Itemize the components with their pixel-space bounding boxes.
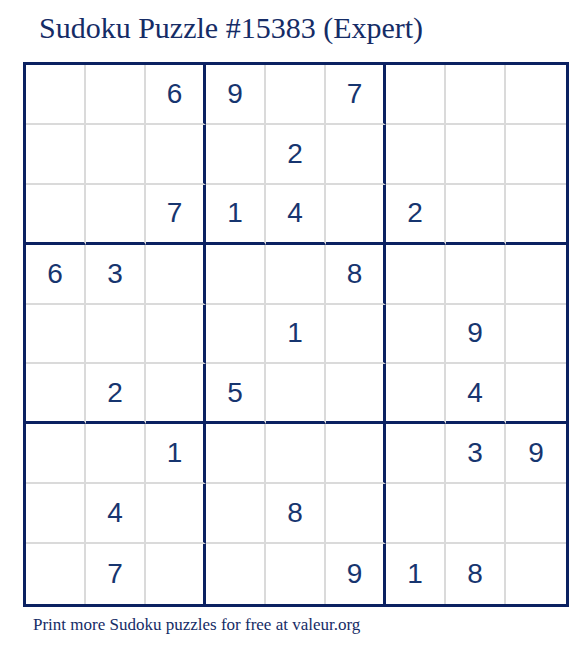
cell-r6c2-given: 2 [86, 364, 146, 424]
cell-r6c6-empty[interactable] [326, 364, 386, 424]
cell-r4c6-given: 8 [326, 245, 386, 305]
cell-r5c3-empty[interactable] [146, 305, 206, 365]
cell-r4c3-empty[interactable] [146, 245, 206, 305]
cell-r1c3-given: 6 [146, 65, 206, 125]
cell-r7c4-empty[interactable] [206, 424, 266, 484]
cell-r2c3-empty[interactable] [146, 125, 206, 185]
cell-r8c1-empty[interactable] [26, 484, 86, 544]
cell-r1c8-empty[interactable] [446, 65, 506, 125]
cell-r7c7-empty[interactable] [386, 424, 446, 484]
cell-r3c5-given: 4 [266, 185, 326, 245]
cell-r1c2-empty[interactable] [86, 65, 146, 125]
cell-r4c7-empty[interactable] [386, 245, 446, 305]
cell-r9c4-empty[interactable] [206, 544, 266, 604]
cell-r8c7-empty[interactable] [386, 484, 446, 544]
cell-r9c8-given: 8 [446, 544, 506, 604]
cell-r9c2-given: 7 [86, 544, 146, 604]
cell-r5c8-given: 9 [446, 305, 506, 365]
cell-r6c9-empty[interactable] [506, 364, 566, 424]
cell-r8c9-empty[interactable] [506, 484, 566, 544]
cell-r3c6-empty[interactable] [326, 185, 386, 245]
cell-r9c7-given: 1 [386, 544, 446, 604]
cell-r3c4-given: 1 [206, 185, 266, 245]
cell-r6c8-given: 4 [446, 364, 506, 424]
cell-r2c2-empty[interactable] [86, 125, 146, 185]
cell-r5c4-empty[interactable] [206, 305, 266, 365]
cell-r8c2-given: 4 [86, 484, 146, 544]
cell-r9c3-empty[interactable] [146, 544, 206, 604]
cell-r2c9-empty[interactable] [506, 125, 566, 185]
cell-r9c5-empty[interactable] [266, 544, 326, 604]
cell-r6c3-empty[interactable] [146, 364, 206, 424]
cell-r5c7-empty[interactable] [386, 305, 446, 365]
cell-r1c1-empty[interactable] [26, 65, 86, 125]
cell-r7c2-empty[interactable] [86, 424, 146, 484]
cell-r4c2-given: 3 [86, 245, 146, 305]
cell-r7c6-empty[interactable] [326, 424, 386, 484]
cell-r4c1-given: 6 [26, 245, 86, 305]
cell-r2c7-empty[interactable] [386, 125, 446, 185]
cell-r8c5-given: 8 [266, 484, 326, 544]
cell-r1c5-empty[interactable] [266, 65, 326, 125]
cell-r1c4-given: 9 [206, 65, 266, 125]
cell-r5c5-given: 1 [266, 305, 326, 365]
cell-r7c8-given: 3 [446, 424, 506, 484]
cell-r2c4-empty[interactable] [206, 125, 266, 185]
cell-r6c5-empty[interactable] [266, 364, 326, 424]
page-title: Sudoku Puzzle #15383 (Expert) [39, 11, 423, 45]
cell-r7c3-given: 1 [146, 424, 206, 484]
cell-r3c9-empty[interactable] [506, 185, 566, 245]
cell-r3c3-given: 7 [146, 185, 206, 245]
cell-r8c3-empty[interactable] [146, 484, 206, 544]
cell-r8c6-empty[interactable] [326, 484, 386, 544]
cell-r4c8-empty[interactable] [446, 245, 506, 305]
cell-r4c4-empty[interactable] [206, 245, 266, 305]
cell-r2c8-empty[interactable] [446, 125, 506, 185]
cell-r1c7-empty[interactable] [386, 65, 446, 125]
cell-r5c1-empty[interactable] [26, 305, 86, 365]
cell-r3c7-given: 2 [386, 185, 446, 245]
cell-r9c9-empty[interactable] [506, 544, 566, 604]
cell-r6c7-empty[interactable] [386, 364, 446, 424]
cell-r2c5-given: 2 [266, 125, 326, 185]
footer-text: Print more Sudoku puzzles for free at va… [33, 614, 360, 636]
cell-r7c5-empty[interactable] [266, 424, 326, 484]
cell-r8c8-empty[interactable] [446, 484, 506, 544]
cell-r9c6-given: 9 [326, 544, 386, 604]
cell-r3c2-empty[interactable] [86, 185, 146, 245]
cell-r3c1-empty[interactable] [26, 185, 86, 245]
cell-r6c1-empty[interactable] [26, 364, 86, 424]
cell-r9c1-empty[interactable] [26, 544, 86, 604]
cell-r5c2-empty[interactable] [86, 305, 146, 365]
cell-r5c9-empty[interactable] [506, 305, 566, 365]
sudoku-board: 6972714263819254139487918 [23, 62, 569, 607]
cell-r5c6-empty[interactable] [326, 305, 386, 365]
cell-r7c1-empty[interactable] [26, 424, 86, 484]
cell-r3c8-empty[interactable] [446, 185, 506, 245]
cell-r6c4-given: 5 [206, 364, 266, 424]
cell-r1c9-empty[interactable] [506, 65, 566, 125]
cell-r2c6-empty[interactable] [326, 125, 386, 185]
cell-r4c9-empty[interactable] [506, 245, 566, 305]
sudoku-page: Sudoku Puzzle #15383 (Expert) 6972714263… [0, 0, 580, 651]
cell-r1c6-given: 7 [326, 65, 386, 125]
cell-r7c9-given: 9 [506, 424, 566, 484]
cell-r4c5-empty[interactable] [266, 245, 326, 305]
cell-r2c1-empty[interactable] [26, 125, 86, 185]
cell-r8c4-empty[interactable] [206, 484, 266, 544]
